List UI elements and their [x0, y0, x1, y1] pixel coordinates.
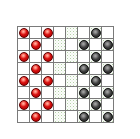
red-man-piece[interactable]	[43, 100, 53, 110]
red-man-piece[interactable]	[31, 64, 41, 74]
board-cell-black[interactable]	[78, 111, 90, 123]
board-cell-empty	[78, 75, 90, 87]
board-cell-empty	[54, 75, 66, 87]
board-cell-empty	[102, 27, 114, 39]
black-man-piece[interactable]	[103, 112, 113, 122]
black-man-piece[interactable]	[103, 88, 113, 98]
board-cell-empty	[18, 87, 30, 99]
board-cell-black[interactable]	[90, 27, 102, 39]
board-cell-empty	[18, 39, 30, 51]
board-cell-red[interactable]	[42, 75, 54, 87]
board-cell-playable-empty[interactable]	[66, 99, 78, 111]
black-man-piece[interactable]	[91, 76, 101, 86]
black-man-piece[interactable]	[79, 64, 89, 74]
board-cell-playable-empty[interactable]	[54, 63, 66, 75]
black-man-piece[interactable]	[79, 40, 89, 50]
board-cell-red[interactable]	[18, 51, 30, 63]
red-man-piece[interactable]	[19, 52, 29, 62]
board-cell-empty	[102, 51, 114, 63]
page-background	[0, 0, 140, 139]
board-cell-empty	[42, 111, 54, 123]
board-cell-playable-empty[interactable]	[54, 39, 66, 51]
board-cell-empty	[18, 63, 30, 75]
board-cell-red[interactable]	[30, 39, 42, 51]
board-cell-empty	[78, 99, 90, 111]
board-cell-red[interactable]	[18, 99, 30, 111]
board-cell-red[interactable]	[18, 27, 30, 39]
board-cell-playable-empty[interactable]	[66, 51, 78, 63]
board-cell-red[interactable]	[42, 51, 54, 63]
board-cell-red[interactable]	[18, 75, 30, 87]
board-cell-black[interactable]	[78, 87, 90, 99]
board-cell-empty	[90, 63, 102, 75]
red-man-piece[interactable]	[31, 112, 41, 122]
red-man-piece[interactable]	[19, 100, 29, 110]
board-cell-empty	[30, 51, 42, 63]
red-man-piece[interactable]	[19, 28, 29, 38]
board-cell-empty	[42, 39, 54, 51]
board-cell-red[interactable]	[42, 99, 54, 111]
board-cell-red[interactable]	[42, 27, 54, 39]
board-cell-empty	[54, 51, 66, 63]
board-cell-black[interactable]	[78, 39, 90, 51]
board-cell-empty	[54, 27, 66, 39]
board-cell-empty	[90, 39, 102, 51]
board-cell-playable-empty[interactable]	[54, 87, 66, 99]
board-cell-black[interactable]	[90, 99, 102, 111]
board-cell-empty	[78, 27, 90, 39]
board-cell-black[interactable]	[90, 75, 102, 87]
board-cell-empty	[102, 75, 114, 87]
board-cell-empty	[78, 51, 90, 63]
board-cell-empty	[90, 87, 102, 99]
black-man-piece[interactable]	[103, 64, 113, 74]
board-cell-empty	[66, 87, 78, 99]
board-cell-black[interactable]	[102, 87, 114, 99]
board-cell-empty	[30, 27, 42, 39]
board-cell-red[interactable]	[30, 111, 42, 123]
board-cell-red[interactable]	[30, 63, 42, 75]
red-man-piece[interactable]	[43, 76, 53, 86]
board-cell-red[interactable]	[30, 87, 42, 99]
red-man-piece[interactable]	[43, 52, 53, 62]
black-man-piece[interactable]	[103, 40, 113, 50]
board-cell-black[interactable]	[102, 63, 114, 75]
black-man-piece[interactable]	[91, 52, 101, 62]
board-cell-playable-empty[interactable]	[54, 111, 66, 123]
board-cell-empty	[42, 63, 54, 75]
board-cell-empty	[66, 111, 78, 123]
board-cell-empty	[90, 111, 102, 123]
board-cell-empty	[30, 99, 42, 111]
board-cell-empty	[30, 75, 42, 87]
board-cell-black[interactable]	[102, 39, 114, 51]
board-cell-playable-empty[interactable]	[66, 27, 78, 39]
red-man-piece[interactable]	[31, 88, 41, 98]
board-cell-black[interactable]	[102, 111, 114, 123]
red-man-piece[interactable]	[43, 28, 53, 38]
board-cell-black[interactable]	[90, 51, 102, 63]
red-man-piece[interactable]	[31, 40, 41, 50]
board-cell-empty	[18, 111, 30, 123]
black-man-piece[interactable]	[91, 100, 101, 110]
board-cell-black[interactable]	[78, 63, 90, 75]
board-cell-empty	[42, 87, 54, 99]
board-cell-playable-empty[interactable]	[66, 75, 78, 87]
red-man-piece[interactable]	[19, 76, 29, 86]
board-cell-empty	[102, 99, 114, 111]
black-man-piece[interactable]	[91, 28, 101, 38]
checkers-board	[17, 26, 114, 123]
black-man-piece[interactable]	[79, 112, 89, 122]
board-cell-empty	[66, 39, 78, 51]
board-cell-empty	[54, 99, 66, 111]
board-cell-empty	[66, 63, 78, 75]
black-man-piece[interactable]	[79, 88, 89, 98]
